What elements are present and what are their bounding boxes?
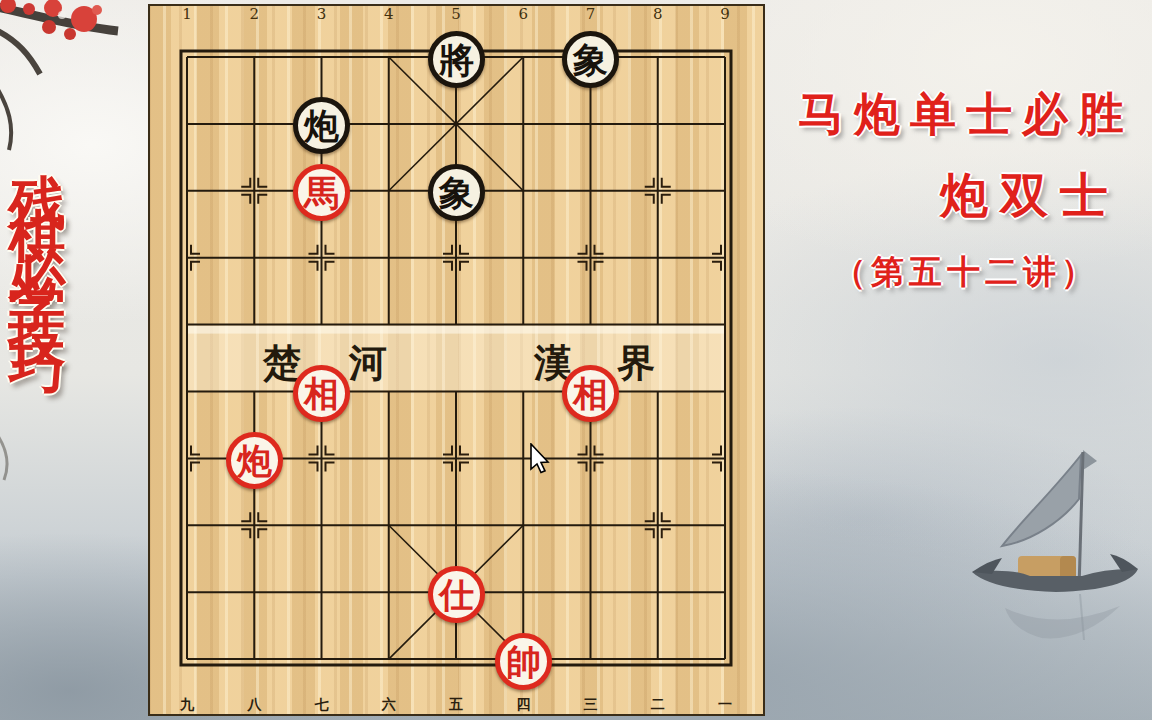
xiangqi-piece-black[interactable]: 象 <box>428 164 485 221</box>
lesson-title: 马炮单士必胜 炮双士 （第五十二讲） <box>782 84 1150 295</box>
xiangqi-piece-red[interactable]: 炮 <box>226 432 283 489</box>
xiangqi-piece-black[interactable]: 炮 <box>293 97 350 154</box>
xiangqi-piece-red[interactable]: 相 <box>562 365 619 422</box>
xiangqi-piece-black[interactable]: 象 <box>562 31 619 88</box>
title-line-1: 马炮单士必胜 <box>782 84 1150 146</box>
left-vertical-banner: 残棋必学技巧 <box>5 128 71 332</box>
title-line-2: 炮双士 <box>782 164 1120 228</box>
xiangqi-piece-red[interactable]: 仕 <box>428 566 485 623</box>
xiangqi-piece-black[interactable]: 將 <box>428 31 485 88</box>
xiangqi-piece-red[interactable]: 帥 <box>495 633 552 690</box>
board-panel: 123456789九八七六五四三二一 楚河 漢界 將象炮馬象相相炮仕帥 <box>148 4 765 716</box>
xiangqi-piece-red[interactable]: 馬 <box>293 164 350 221</box>
xiangqi-piece-red[interactable]: 相 <box>293 365 350 422</box>
title-line-3: （第五十二讲） <box>782 250 1150 295</box>
